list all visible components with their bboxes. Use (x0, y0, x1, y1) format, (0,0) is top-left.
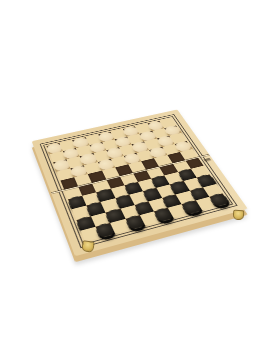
board-3d-tilt (32, 109, 248, 256)
board-wrapper (0, 0, 270, 350)
product-photo (0, 0, 270, 350)
wooden-board (32, 109, 248, 256)
